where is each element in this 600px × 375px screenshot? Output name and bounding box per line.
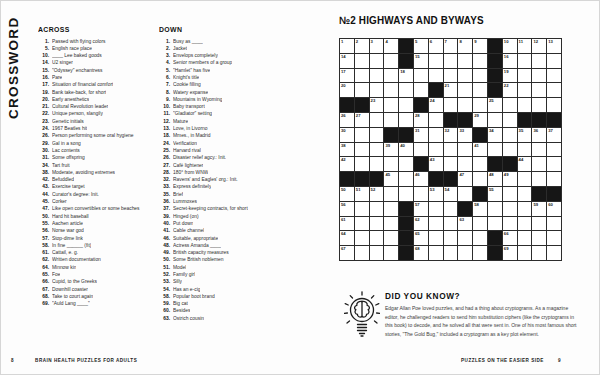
cell-r13c1[interactable]: 61 [340, 217, 354, 231]
clue-number: 36. [159, 198, 170, 205]
clue-down-40: 40.Put down [159, 220, 293, 227]
clue-text: Lummoxes [173, 198, 197, 205]
cell-r9c7[interactable]: 43 [429, 157, 443, 171]
clue-text: Downhill coaster [52, 286, 88, 293]
cell-number-21: 21 [445, 83, 450, 88]
cell-r10c15[interactable] [547, 172, 561, 186]
cell-r2c13[interactable] [518, 54, 532, 68]
cell-number-23: 23 [371, 98, 376, 103]
crossword-vertical-label: CROSSWORD [6, 25, 21, 119]
cell-r12c2[interactable] [355, 202, 369, 216]
clue-text: Watery expanse [173, 89, 208, 96]
cell-r7c15[interactable]: 37 [547, 128, 561, 142]
clue-down-60: 60.Besides [159, 307, 293, 314]
cell-r14c7[interactable] [429, 231, 443, 245]
cell-r15c12[interactable]: 69 [503, 246, 517, 260]
cell-r11c11[interactable]: 55 [488, 187, 502, 201]
cell-r11c4[interactable] [384, 187, 398, 201]
clue-number: 11. [159, 110, 170, 117]
right-page-footer: PUZZLES ON THE EASIER SIDE 9 [461, 358, 561, 363]
clue-across-30: 30.Lac contents [38, 147, 156, 154]
black-cell-r9c11 [488, 157, 502, 171]
cell-r10c6[interactable]: 46 [414, 172, 428, 186]
cell-r8c5[interactable]: 40 [399, 143, 413, 157]
clue-number: 40. [159, 220, 170, 227]
cell-r1c8[interactable]: 7 [444, 39, 458, 53]
cell-r15c1[interactable]: 67 [340, 246, 354, 260]
black-cell-r9c12 [503, 157, 517, 171]
cell-r1c14[interactable]: 12 [532, 39, 546, 53]
cell-r5c9[interactable] [458, 98, 472, 112]
cell-r8c2[interactable] [355, 143, 369, 157]
cell-number-49: 49 [504, 172, 509, 177]
cell-r9c2[interactable] [355, 157, 369, 171]
cell-r6c3[interactable] [370, 113, 384, 127]
cell-r11c12[interactable] [503, 187, 517, 201]
cell-r3c1[interactable]: 17 [340, 69, 354, 83]
clue-number: 62. [38, 256, 49, 263]
cell-r10c11[interactable]: 48 [488, 172, 502, 186]
cell-r2c2[interactable] [355, 54, 369, 68]
cell-r11c8[interactable]: 54 [444, 187, 458, 201]
cell-r12c4[interactable] [384, 202, 398, 216]
cell-r14c2[interactable] [355, 231, 369, 245]
clue-text: Gal in a song [52, 140, 81, 147]
cell-r2c6[interactable]: 15 [414, 54, 428, 68]
cell-r5c15[interactable] [547, 98, 561, 112]
cell-r13c13[interactable] [518, 217, 532, 231]
cell-number-6: 6 [430, 39, 432, 44]
cell-number-17: 17 [341, 69, 346, 74]
clue-down-32: 32.Ravens' and Eagles' org.: Init. [159, 176, 293, 183]
cell-r13c6[interactable]: 62 [414, 217, 428, 231]
cell-r13c4[interactable] [384, 217, 398, 231]
cell-r1c2[interactable]: 2 [355, 39, 369, 53]
cell-r14c10[interactable] [473, 231, 487, 245]
cell-r5c13[interactable] [518, 98, 532, 112]
cell-r4c13[interactable] [518, 83, 532, 97]
cell-r3c12[interactable]: 19 [503, 69, 517, 83]
cell-number-9: 9 [474, 39, 476, 44]
cell-r2c12[interactable]: 16 [503, 54, 517, 68]
cell-r13c3[interactable] [370, 217, 384, 231]
cell-r5c11[interactable]: 25 [488, 98, 502, 112]
clue-down-12: 12.Mature [159, 118, 293, 125]
clue-down-36: 36.Lummoxes [159, 198, 293, 205]
cell-r8c12[interactable] [503, 143, 517, 157]
cell-r8c7[interactable] [429, 143, 443, 157]
clue-text: Cultural Revolution leader [52, 103, 108, 110]
clue-across-55: 55.Aachen article [38, 220, 156, 227]
clue-number: 6. [159, 74, 170, 81]
clue-number: 53. [159, 278, 170, 285]
black-cell-r6c8 [444, 113, 458, 127]
right-page: №2 HIGHWAYS AND BYWAYS 12345678910111213… [301, 1, 600, 375]
clue-text: 1967 Beatles hit [52, 125, 87, 132]
cell-r6c7[interactable] [429, 113, 443, 127]
clue-down-3: 3.Envelops completely [159, 52, 293, 59]
clue-number: 18. [159, 132, 170, 139]
cell-r2c3[interactable] [370, 54, 384, 68]
cell-r10c13[interactable] [518, 172, 532, 186]
cell-r1c7[interactable]: 6 [429, 39, 443, 53]
clue-down-54: 54.Has an e-cig [159, 286, 293, 293]
cell-r4c8[interactable]: 21 [444, 83, 458, 97]
cell-r7c3[interactable] [370, 128, 384, 142]
clue-number: 27. [159, 162, 170, 169]
cell-r10c10[interactable] [473, 172, 487, 186]
cell-r14c8[interactable] [444, 231, 458, 245]
cell-number-26: 26 [341, 113, 346, 118]
clue-text: Put down [173, 220, 193, 227]
clue-across-58: 58.In fine ______ (fit) [38, 242, 156, 249]
cell-r3c5[interactable]: 18 [399, 69, 413, 83]
cell-r8c6[interactable] [414, 143, 428, 157]
cell-r4c3[interactable] [370, 83, 384, 97]
cell-r12c3[interactable] [370, 202, 384, 216]
cell-r6c6[interactable]: 28 [414, 113, 428, 127]
cell-r8c1[interactable]: 38 [340, 143, 354, 157]
cell-r13c7[interactable] [429, 217, 443, 231]
clue-number: 58. [159, 293, 170, 300]
cell-r6c12[interactable] [503, 113, 517, 127]
cell-r9c13[interactable]: 44 [518, 157, 532, 171]
cell-r4c5[interactable] [399, 83, 413, 97]
cell-r7c14[interactable]: 36 [532, 128, 546, 142]
cell-r13c8[interactable] [444, 217, 458, 231]
cell-r1c10[interactable]: 9 [473, 39, 487, 53]
cell-r12c8[interactable] [444, 202, 458, 216]
clue-text: "Auld Lang ____" [52, 300, 90, 307]
clue-across-47: 47.Like open convertibles or some beache… [38, 205, 156, 212]
clue-number: 50. [38, 213, 49, 220]
cell-r2c1[interactable]: 14 [340, 54, 354, 68]
clue-text: Ravens' and Eagles' org.: Init. [173, 176, 238, 183]
cell-r15c6[interactable]: 68 [414, 246, 428, 260]
cell-r6c2[interactable]: 27 [355, 113, 369, 127]
clue-text: Busy as ____ [173, 38, 203, 45]
cell-r4c15[interactable] [547, 83, 561, 97]
cell-r11c13[interactable] [518, 187, 532, 201]
black-cell-r2c11 [488, 54, 502, 68]
black-cell-r4c7 [429, 83, 443, 97]
cell-r12c15[interactable]: 60 [547, 202, 561, 216]
cell-r15c10[interactable] [473, 246, 487, 260]
cell-r9c10[interactable] [473, 157, 487, 171]
clue-number: 52. [159, 271, 170, 278]
clue-text: Norse war god [52, 227, 84, 234]
clue-number: 4. [159, 59, 170, 66]
cell-r11c1[interactable]: 50 [340, 187, 354, 201]
cell-r5c7[interactable]: 24 [429, 98, 443, 112]
cell-r12c1[interactable]: 56 [340, 202, 354, 216]
clue-number: 5. [159, 67, 170, 74]
cell-r5c14[interactable] [532, 98, 546, 112]
cell-r7c9[interactable]: 33 [458, 128, 472, 142]
left-page: CROSSWORD ACROSS 1.Passed with flying co… [1, 1, 301, 375]
cell-r3c9[interactable] [458, 69, 472, 83]
cell-r7c7[interactable] [429, 128, 443, 142]
cell-r7c12[interactable] [503, 128, 517, 142]
cell-r1c13[interactable]: 11 [518, 39, 532, 53]
cell-r8c13[interactable] [518, 143, 532, 157]
cell-r5c4[interactable] [384, 98, 398, 112]
cell-r2c7[interactable] [429, 54, 443, 68]
clue-text: Stop-dime link [52, 235, 83, 242]
cell-r1c1[interactable]: 1 [340, 39, 354, 53]
cell-r12c10[interactable]: 58 [473, 202, 487, 216]
clue-number: 57. [38, 235, 49, 242]
cell-r1c9[interactable]: 8 [458, 39, 472, 53]
clue-across-19: 19.Bank take-back, for short [38, 89, 156, 96]
cell-r15c15[interactable] [547, 246, 561, 260]
clue-number: 41. [159, 227, 170, 234]
cell-r4c6[interactable] [414, 83, 428, 97]
black-cell-r15c11 [488, 246, 502, 260]
cell-r10c4[interactable]: 45 [384, 172, 398, 186]
clue-across-23: 23.Genetic initials [38, 118, 156, 125]
cell-r12c13[interactable] [518, 202, 532, 216]
black-cell-r10c1 [340, 172, 354, 186]
cell-r13c14[interactable] [532, 217, 546, 231]
cell-number-53: 53 [430, 187, 435, 192]
clue-across-17: 17.Situation of financial comfort [38, 81, 156, 88]
cell-r13c2[interactable] [355, 217, 369, 231]
cell-r1c3[interactable]: 3 [370, 39, 384, 53]
cell-r9c8[interactable] [444, 157, 458, 171]
cell-r10c5[interactable] [399, 172, 413, 186]
cell-r3c14[interactable] [532, 69, 546, 83]
cell-r13c10[interactable] [473, 217, 487, 231]
clue-number: 42. [38, 176, 49, 183]
cell-r8c14[interactable] [532, 143, 546, 157]
cell-r8c3[interactable] [370, 143, 384, 157]
clue-text: In fine ______ (fit) [52, 242, 91, 249]
clue-text: Envelops completely [173, 52, 218, 59]
cell-r3c3[interactable] [370, 69, 384, 83]
clue-number: 35. [159, 191, 170, 198]
cell-r14c12[interactable]: 66 [503, 231, 517, 245]
clue-text: Passed with flying colors [52, 38, 106, 45]
cell-r2c9[interactable] [458, 54, 472, 68]
cell-r15c13[interactable] [518, 246, 532, 260]
clue-text: 180° from WNW [173, 169, 208, 176]
cell-r2c15[interactable] [547, 54, 561, 68]
clue-down-9: 9.Mountains in Wyoming [159, 96, 293, 103]
cell-r3c6[interactable] [414, 69, 428, 83]
cell-r8c15[interactable] [547, 143, 561, 157]
cell-r14c6[interactable]: 65 [414, 231, 428, 245]
cell-r14c15[interactable] [547, 231, 561, 245]
cell-r1c15[interactable]: 13 [547, 39, 561, 53]
cell-r6c11[interactable] [488, 113, 502, 127]
cell-r8c4[interactable]: 39 [384, 143, 398, 157]
cell-number-20: 20 [341, 83, 346, 88]
cell-r10c9[interactable]: 47 [458, 172, 472, 186]
clue-text: Love, in Livorno [173, 125, 208, 132]
cell-r7c11[interactable]: 34 [488, 128, 502, 142]
clue-down-28: 28.180° from WNW [159, 169, 293, 176]
cell-r14c13[interactable] [518, 231, 532, 245]
cell-r9c5[interactable] [399, 157, 413, 171]
clue-down-1: 1.Busy as ____ [159, 38, 293, 45]
cell-r5c12[interactable] [503, 98, 517, 112]
cell-r3c7[interactable] [429, 69, 443, 83]
cell-r12c12[interactable] [503, 202, 517, 216]
cell-r14c3[interactable] [370, 231, 384, 245]
cell-r3c2[interactable] [355, 69, 369, 83]
cell-r15c4[interactable] [384, 246, 398, 260]
clue-number: 26. [38, 132, 49, 139]
cell-r8c9[interactable] [458, 143, 472, 157]
cell-r4c2[interactable] [355, 83, 369, 97]
cell-r3c4[interactable] [384, 69, 398, 83]
clue-down-46: 46.Suitable, appropriate [159, 235, 293, 242]
cell-r2c8[interactable] [444, 54, 458, 68]
cell-r3c13[interactable] [518, 69, 532, 83]
clue-number: 19. [38, 89, 49, 96]
cell-number-51: 51 [356, 187, 361, 192]
cell-r3c8[interactable] [444, 69, 458, 83]
cell-r15c8[interactable] [444, 246, 458, 260]
clue-number: 21. [38, 103, 49, 110]
cell-r10c12[interactable]: 49 [503, 172, 517, 186]
cell-r11c5[interactable] [399, 187, 413, 201]
black-cell-r1c5 [399, 39, 413, 53]
cell-r4c12[interactable]: 22 [503, 83, 517, 97]
cell-r11c9[interactable] [458, 187, 472, 201]
cell-r9c9[interactable] [458, 157, 472, 171]
right-page-number: 9 [558, 358, 561, 363]
cell-r8c10[interactable]: 41 [473, 143, 487, 157]
cell-r1c6[interactable]: 5 [414, 39, 428, 53]
cell-r5c8[interactable] [444, 98, 458, 112]
cell-r7c2[interactable] [355, 128, 369, 142]
clue-down-5: 5."Hamlet" has five [159, 67, 293, 74]
cell-r9c15[interactable] [547, 157, 561, 171]
clue-number: 20. [38, 96, 49, 103]
cell-r13c15[interactable] [547, 217, 561, 231]
cell-r5c5[interactable] [399, 98, 413, 112]
cell-r7c8[interactable]: 32 [444, 128, 458, 142]
clue-text: Befuddled [52, 176, 74, 183]
across-clues-column: ACROSS 1.Passed with flying colors5.Engl… [38, 25, 156, 307]
cell-number-46: 46 [415, 172, 420, 177]
clue-text: Senior members of a group [173, 59, 232, 66]
cell-r3c10[interactable] [473, 69, 487, 83]
clue-number: 24. [38, 125, 49, 132]
cell-r4c14[interactable] [532, 83, 546, 97]
left-page-number: 8 [11, 358, 14, 363]
cell-r8c8[interactable] [444, 143, 458, 157]
cell-r5c10[interactable] [473, 98, 487, 112]
cell-r12c14[interactable]: 59 [532, 202, 546, 216]
crossword-grid: 1234567891011121314151617181920212223242… [339, 38, 562, 261]
cell-r7c1[interactable]: 30 [340, 128, 354, 142]
cell-r2c10[interactable] [473, 54, 487, 68]
cell-r4c4[interactable] [384, 83, 398, 97]
cell-r2c4[interactable] [384, 54, 398, 68]
cell-r6c1[interactable]: 26 [340, 113, 354, 127]
clue-number: 8. [159, 89, 170, 96]
clue-text: Tart fruit [52, 162, 70, 169]
cell-r11c6[interactable] [414, 187, 428, 201]
cell-r15c7[interactable] [429, 246, 443, 260]
cell-r12c7[interactable] [429, 202, 443, 216]
cell-r11c7[interactable]: 53 [429, 187, 443, 201]
cell-r5c3[interactable]: 23 [370, 98, 384, 112]
cell-r2c14[interactable] [532, 54, 546, 68]
cell-r1c4[interactable]: 4 [384, 39, 398, 53]
cell-r13c11[interactable] [488, 217, 502, 231]
black-cell-r11c15 [547, 187, 561, 201]
cell-r13c12[interactable] [503, 217, 517, 231]
cell-r7c6[interactable]: 31 [414, 128, 428, 142]
cell-r6c10[interactable]: 29 [473, 113, 487, 127]
cell-r14c9[interactable] [458, 231, 472, 245]
cell-r3c15[interactable] [547, 69, 561, 83]
cell-r8c11[interactable] [488, 143, 502, 157]
clue-down-58: 58.Popular boot brand [159, 293, 293, 300]
cell-r6c4[interactable] [384, 113, 398, 127]
clue-down-63: 63.Ostrich cousin [159, 315, 293, 322]
cell-r14c4[interactable] [384, 231, 398, 245]
cell-r12c11[interactable] [488, 202, 502, 216]
cell-r15c9[interactable] [458, 246, 472, 260]
clue-down-11: 11."Gladiator" setting [159, 110, 293, 117]
cell-number-3: 3 [371, 39, 373, 44]
cell-r9c14[interactable] [532, 157, 546, 171]
cell-r15c3[interactable] [370, 246, 384, 260]
clue-text: Café lightener [173, 162, 203, 169]
cell-r14c14[interactable] [532, 231, 546, 245]
cell-r15c2[interactable] [355, 246, 369, 260]
cell-r4c10[interactable] [473, 83, 487, 97]
clue-across-10: 10.____ Lee baked goods [38, 52, 156, 59]
cell-r9c4[interactable] [384, 157, 398, 171]
clue-number: 63. [159, 315, 170, 322]
cell-number-64: 64 [341, 231, 346, 236]
cell-r12c6[interactable]: 57 [414, 202, 428, 216]
left-page-footer: 8 BRAIN HEALTH PUZZLES FOR ADULTS [11, 358, 137, 363]
cell-r4c1[interactable]: 20 [340, 83, 354, 97]
across-heading: ACROSS [38, 25, 147, 34]
cell-number-29: 29 [474, 113, 479, 118]
cell-r1c12[interactable]: 10 [503, 39, 517, 53]
clue-down-35: 35.Brief [159, 191, 293, 198]
cell-number-40: 40 [400, 143, 405, 148]
clue-text: Mountains in Wyoming [173, 96, 222, 103]
cell-r11c3[interactable]: 52 [370, 187, 384, 201]
cell-r6c5[interactable] [399, 113, 413, 127]
clue-number: 14. [38, 59, 49, 66]
clue-across-66: 66.Cupid, to the Greeks [38, 278, 156, 285]
clue-number: 61. [38, 249, 49, 256]
cell-r7c13[interactable]: 35 [518, 128, 532, 142]
clue-number: 68. [38, 293, 49, 300]
cell-r11c2[interactable]: 51 [355, 187, 369, 201]
cell-r4c9[interactable] [458, 83, 472, 97]
cell-r15c14[interactable] [532, 246, 546, 260]
cell-r9c3[interactable] [370, 157, 384, 171]
clue-number: 38. [38, 169, 49, 176]
clue-across-43: 43.Exercise target [38, 183, 156, 190]
cell-r9c1[interactable]: 42 [340, 157, 354, 171]
cell-r13c9[interactable]: 63 [458, 217, 472, 231]
cell-r10c14[interactable] [532, 172, 546, 186]
cell-r14c1[interactable]: 64 [340, 231, 354, 245]
clue-text: Hard hit baseball [52, 213, 89, 220]
